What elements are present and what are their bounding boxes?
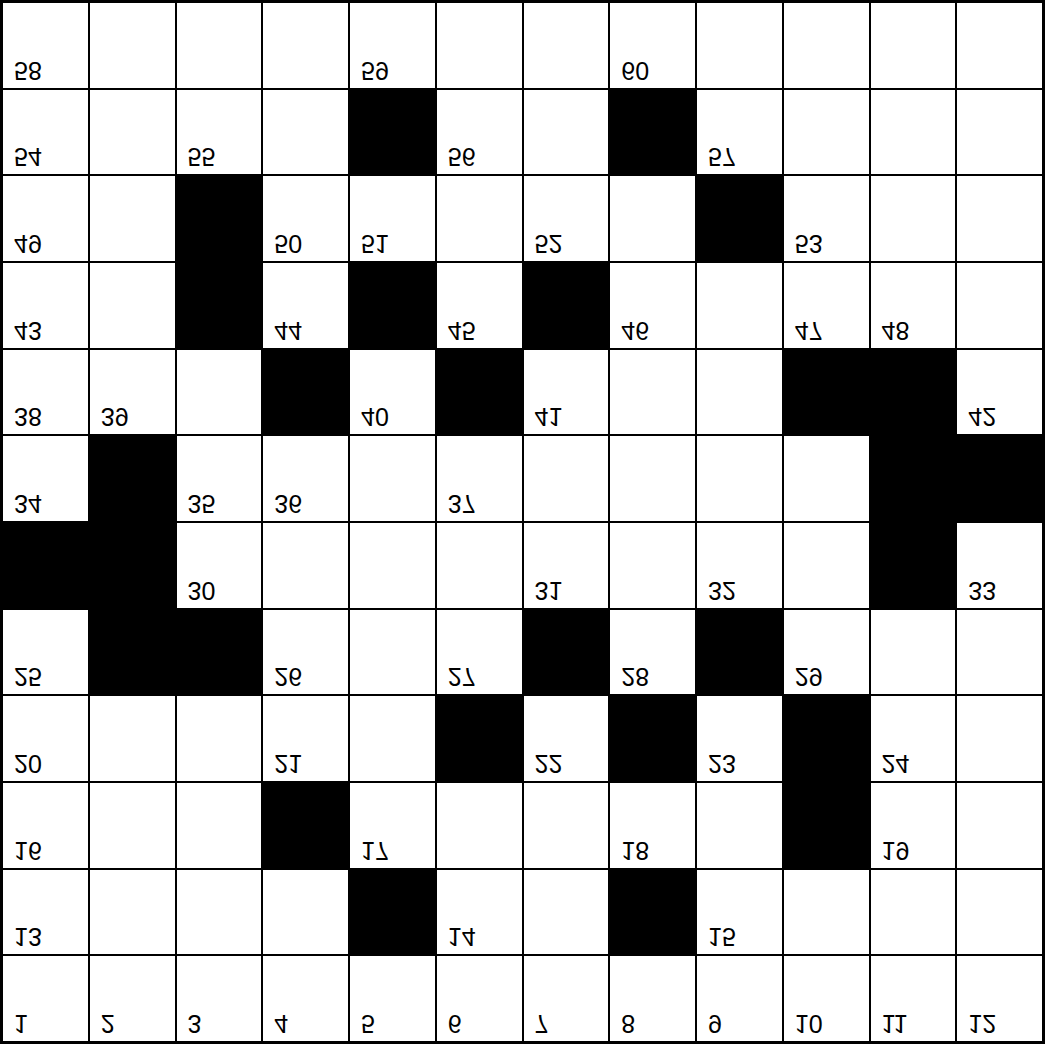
cell-r10c4[interactable]: 50 (263, 176, 348, 261)
clue-number-26: 26 (274, 664, 302, 689)
clue-number-6: 6 (448, 1011, 462, 1036)
cell-r12c8[interactable]: 60 (610, 3, 695, 88)
black-cell-r3c10 (784, 783, 869, 868)
cell-r5c1[interactable]: 25 (3, 610, 88, 695)
cell-r4c1[interactable]: 20 (3, 696, 88, 781)
black-cell-r10c9 (697, 176, 782, 261)
clue-number-44: 44 (274, 318, 302, 343)
clue-number-27: 27 (448, 664, 476, 689)
clue-number-21: 21 (274, 751, 302, 776)
clue-number-48: 48 (882, 318, 910, 343)
cell-r4c12[interactable] (957, 696, 1042, 781)
cell-r10c11[interactable] (871, 176, 956, 261)
black-cell-r6c1 (3, 523, 88, 608)
cell-r4c7[interactable]: 22 (524, 696, 609, 781)
clue-number-56: 56 (448, 144, 476, 169)
cell-r1c2[interactable]: 2 (90, 956, 175, 1041)
cell-r10c12[interactable] (957, 176, 1042, 261)
cell-r5c10[interactable]: 29 (784, 610, 869, 695)
cell-r8c3[interactable] (177, 350, 262, 435)
cell-r7c9[interactable] (697, 436, 782, 521)
cell-r3c5[interactable]: 17 (350, 783, 435, 868)
black-cell-r6c11 (871, 523, 956, 608)
black-cell-r2c8 (610, 870, 695, 955)
black-cell-r7c2 (90, 436, 175, 521)
cell-r10c6[interactable] (437, 176, 522, 261)
cell-r6c4[interactable] (263, 523, 348, 608)
cell-r10c8[interactable] (610, 176, 695, 261)
clue-number-58: 58 (14, 58, 42, 83)
clue-number-40: 40 (361, 404, 389, 429)
black-cell-r5c7 (524, 610, 609, 695)
cell-r11c12[interactable] (957, 90, 1042, 175)
clue-number-46: 46 (621, 318, 649, 343)
cell-r2c3[interactable] (177, 870, 262, 955)
clue-number-15: 15 (708, 924, 736, 949)
black-cell-r10c3 (177, 176, 262, 261)
clue-number-18: 18 (621, 838, 649, 863)
cell-r6c10[interactable] (784, 523, 869, 608)
clue-number-33: 33 (968, 578, 996, 603)
cell-r1c11[interactable]: 11 (871, 956, 956, 1041)
clue-number-35: 35 (188, 491, 216, 516)
cell-r1c4[interactable]: 4 (263, 956, 348, 1041)
cell-r9c8[interactable]: 46 (610, 263, 695, 348)
crossword-board: 1234567891011121314151617181920212223242… (0, 0, 1045, 1044)
cell-r3c9[interactable] (697, 783, 782, 868)
clue-number-10: 10 (795, 1011, 823, 1036)
cell-r11c9[interactable]: 57 (697, 90, 782, 175)
cell-r9c10[interactable]: 47 (784, 263, 869, 348)
cell-r1c6[interactable]: 6 (437, 956, 522, 1041)
black-cell-r9c3 (177, 263, 262, 348)
cell-r6c6[interactable] (437, 523, 522, 608)
clue-number-1: 1 (14, 1011, 28, 1036)
cell-r10c5[interactable]: 51 (350, 176, 435, 261)
cell-r2c9[interactable]: 15 (697, 870, 782, 955)
cell-r6c7[interactable]: 31 (524, 523, 609, 608)
cell-r12c9[interactable] (697, 3, 782, 88)
cell-r5c8[interactable]: 28 (610, 610, 695, 695)
cell-r7c4[interactable]: 36 (263, 436, 348, 521)
clue-number-25: 25 (14, 664, 42, 689)
clue-number-60: 60 (621, 58, 649, 83)
cell-r10c10[interactable]: 53 (784, 176, 869, 261)
clue-number-5: 5 (361, 1011, 375, 1036)
cell-r6c12[interactable]: 33 (957, 523, 1042, 608)
cell-r11c3[interactable]: 55 (177, 90, 262, 175)
clue-number-16: 16 (14, 838, 42, 863)
cell-r6c8[interactable] (610, 523, 695, 608)
cell-r1c8[interactable]: 8 (610, 956, 695, 1041)
cell-r1c10[interactable]: 10 (784, 956, 869, 1041)
clue-number-54: 54 (14, 144, 42, 169)
black-cell-r8c6 (437, 350, 522, 435)
clue-number-7: 7 (535, 1011, 549, 1036)
cell-r1c7[interactable]: 7 (524, 956, 609, 1041)
clue-number-39: 39 (101, 404, 129, 429)
cell-r1c3[interactable]: 3 (177, 956, 262, 1041)
cell-r11c11[interactable] (871, 90, 956, 175)
clue-number-43: 43 (14, 318, 42, 343)
black-cell-r8c4 (263, 350, 348, 435)
black-cell-r7c12 (957, 436, 1042, 521)
clue-number-53: 53 (795, 231, 823, 256)
cell-r4c9[interactable]: 23 (697, 696, 782, 781)
black-cell-r2c5 (350, 870, 435, 955)
black-cell-r11c8 (610, 90, 695, 175)
cell-r12c2[interactable] (90, 3, 175, 88)
black-cell-r4c8 (610, 696, 695, 781)
cell-r3c11[interactable]: 19 (871, 783, 956, 868)
cell-r9c6[interactable]: 45 (437, 263, 522, 348)
cell-r12c3[interactable] (177, 3, 262, 88)
cell-r2c6[interactable]: 14 (437, 870, 522, 955)
cell-r12c10[interactable] (784, 3, 869, 88)
cell-r3c3[interactable] (177, 783, 262, 868)
black-cell-r5c3 (177, 610, 262, 695)
cell-r9c2[interactable] (90, 263, 175, 348)
cell-r6c9[interactable]: 32 (697, 523, 782, 608)
cell-r8c8[interactable] (610, 350, 695, 435)
cell-r11c2[interactable] (90, 90, 175, 175)
cell-r1c12[interactable]: 12 (957, 956, 1042, 1041)
cell-r3c12[interactable] (957, 783, 1042, 868)
clue-number-45: 45 (448, 318, 476, 343)
clue-number-55: 55 (188, 144, 216, 169)
black-cell-r11c5 (350, 90, 435, 175)
cell-r2c11[interactable] (871, 870, 956, 955)
black-cell-r3c4 (263, 783, 348, 868)
cell-r9c11[interactable]: 48 (871, 263, 956, 348)
clue-number-23: 23 (708, 751, 736, 776)
clue-number-8: 8 (621, 1011, 635, 1036)
cell-r9c4[interactable]: 44 (263, 263, 348, 348)
cell-r5c12[interactable] (957, 610, 1042, 695)
cell-r2c10[interactable] (784, 870, 869, 955)
cell-r5c5[interactable] (350, 610, 435, 695)
cell-r11c7[interactable] (524, 90, 609, 175)
clue-number-32: 32 (708, 578, 736, 603)
cell-r11c1[interactable]: 54 (3, 90, 88, 175)
cell-r2c7[interactable] (524, 870, 609, 955)
cell-r8c7[interactable]: 41 (524, 350, 609, 435)
clue-number-29: 29 (795, 664, 823, 689)
cell-r5c6[interactable]: 27 (437, 610, 522, 695)
cell-r7c1[interactable]: 34 (3, 436, 88, 521)
cell-r8c2[interactable]: 39 (90, 350, 175, 435)
black-cell-r5c2 (90, 610, 175, 695)
cell-r12c11[interactable] (871, 3, 956, 88)
black-cell-r4c6 (437, 696, 522, 781)
clue-number-41: 41 (535, 404, 563, 429)
cell-r7c3[interactable]: 35 (177, 436, 262, 521)
cell-r10c2[interactable] (90, 176, 175, 261)
cell-r2c4[interactable] (263, 870, 348, 955)
cell-r8c1[interactable]: 38 (3, 350, 88, 435)
cell-r3c6[interactable] (437, 783, 522, 868)
clue-number-47: 47 (795, 318, 823, 343)
black-cell-r7c11 (871, 436, 956, 521)
cell-r12c1[interactable]: 58 (3, 3, 88, 88)
cell-r7c7[interactable] (524, 436, 609, 521)
cell-r1c5[interactable]: 5 (350, 956, 435, 1041)
cell-r8c9[interactable] (697, 350, 782, 435)
cell-r1c9[interactable]: 9 (697, 956, 782, 1041)
black-cell-r5c9 (697, 610, 782, 695)
cell-r9c12[interactable] (957, 263, 1042, 348)
clue-number-42: 42 (968, 404, 996, 429)
cell-r10c1[interactable]: 49 (3, 176, 88, 261)
cell-r3c1[interactable]: 16 (3, 783, 88, 868)
black-cell-r8c11 (871, 350, 956, 435)
black-cell-r4c10 (784, 696, 869, 781)
cell-r12c12[interactable] (957, 3, 1042, 88)
cell-r12c5[interactable]: 59 (350, 3, 435, 88)
black-cell-r9c5 (350, 263, 435, 348)
clue-number-50: 50 (274, 231, 302, 256)
cell-r7c10[interactable] (784, 436, 869, 521)
cell-r11c10[interactable] (784, 90, 869, 175)
clue-number-30: 30 (188, 578, 216, 603)
black-cell-r8c10 (784, 350, 869, 435)
cell-r4c4[interactable]: 21 (263, 696, 348, 781)
cell-r8c12[interactable]: 42 (957, 350, 1042, 435)
cell-r7c6[interactable]: 37 (437, 436, 522, 521)
cell-r9c9[interactable] (697, 263, 782, 348)
clue-number-52: 52 (535, 231, 563, 256)
clue-number-36: 36 (274, 491, 302, 516)
clue-number-2: 2 (101, 1011, 115, 1036)
cell-r2c12[interactable] (957, 870, 1042, 955)
clue-number-11: 11 (882, 1011, 908, 1036)
cell-r4c5[interactable] (350, 696, 435, 781)
cell-r3c2[interactable] (90, 783, 175, 868)
clue-number-17: 17 (361, 838, 389, 863)
cell-r1c1[interactable]: 1 (3, 956, 88, 1041)
clue-number-34: 34 (14, 491, 42, 516)
cell-r4c3[interactable] (177, 696, 262, 781)
cell-r4c2[interactable] (90, 696, 175, 781)
black-cell-r9c7 (524, 263, 609, 348)
clue-number-3: 3 (188, 1011, 202, 1036)
black-cell-r6c2 (90, 523, 175, 608)
clue-number-19: 19 (882, 838, 910, 863)
clue-number-31: 31 (535, 578, 563, 603)
clue-number-37: 37 (448, 491, 476, 516)
clue-number-13: 13 (14, 924, 42, 949)
cell-r3c8[interactable]: 18 (610, 783, 695, 868)
clue-number-20: 20 (14, 751, 42, 776)
cell-r11c6[interactable]: 56 (437, 90, 522, 175)
cell-r6c5[interactable] (350, 523, 435, 608)
clue-number-51: 51 (361, 231, 389, 256)
clue-number-38: 38 (14, 404, 42, 429)
clue-number-22: 22 (535, 751, 563, 776)
cell-r8c5[interactable]: 40 (350, 350, 435, 435)
cell-r7c5[interactable] (350, 436, 435, 521)
cell-r12c6[interactable] (437, 3, 522, 88)
cell-r11c4[interactable] (263, 90, 348, 175)
clue-number-4: 4 (274, 1011, 288, 1036)
clue-number-12: 12 (968, 1011, 996, 1036)
clue-number-24: 24 (882, 751, 910, 776)
cell-r2c1[interactable]: 13 (3, 870, 88, 955)
clue-number-14: 14 (448, 924, 476, 949)
clue-number-59: 59 (361, 58, 389, 83)
cell-r9c1[interactable]: 43 (3, 263, 88, 348)
cell-r7c8[interactable] (610, 436, 695, 521)
cell-r12c7[interactable] (524, 3, 609, 88)
clue-number-57: 57 (708, 144, 736, 169)
cell-r5c11[interactable] (871, 610, 956, 695)
cell-r10c7[interactable]: 52 (524, 176, 609, 261)
cell-r2c2[interactable] (90, 870, 175, 955)
clue-number-49: 49 (14, 231, 42, 256)
cell-r3c7[interactable] (524, 783, 609, 868)
cell-r12c4[interactable] (263, 3, 348, 88)
clue-number-28: 28 (621, 664, 649, 689)
clue-number-9: 9 (708, 1011, 722, 1036)
cell-r6c3[interactable]: 30 (177, 523, 262, 608)
cell-r5c4[interactable]: 26 (263, 610, 348, 695)
cell-r4c11[interactable]: 24 (871, 696, 956, 781)
